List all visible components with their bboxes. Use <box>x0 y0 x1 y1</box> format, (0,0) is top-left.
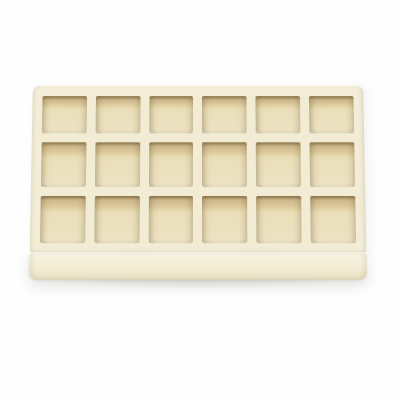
jewelry-tray <box>29 85 367 279</box>
product-photo-scene <box>0 0 400 400</box>
compartment-r2c1 <box>41 142 86 187</box>
compartment-r2c2 <box>95 142 140 187</box>
compartment-r3c1 <box>40 196 86 243</box>
compartment-r3c5 <box>256 196 301 243</box>
compartment-r3c6 <box>310 196 356 243</box>
tray-top-face <box>30 85 367 252</box>
compartment-r2c6 <box>310 142 355 187</box>
compartment-r1c1 <box>42 96 87 133</box>
tray-front-face <box>29 252 367 279</box>
compartment-r3c2 <box>94 196 139 243</box>
compartment-r1c5 <box>256 96 301 133</box>
compartment-r1c4 <box>202 96 247 133</box>
compartment-r1c2 <box>95 96 140 133</box>
compartment-r2c5 <box>256 142 301 187</box>
compartment-r2c3 <box>149 142 194 187</box>
compartment-r1c6 <box>309 96 354 133</box>
compartment-grid <box>40 96 356 243</box>
compartment-r3c3 <box>148 196 193 243</box>
compartment-r3c4 <box>202 196 247 243</box>
compartment-r2c4 <box>202 142 247 187</box>
compartment-r1c3 <box>149 96 194 133</box>
